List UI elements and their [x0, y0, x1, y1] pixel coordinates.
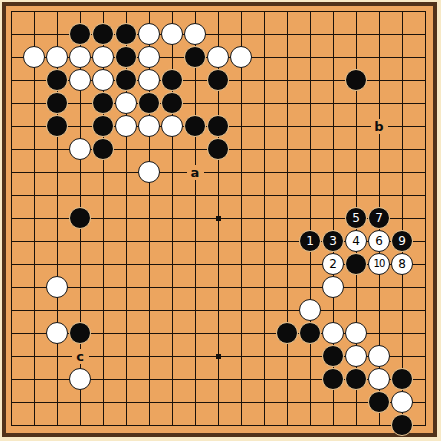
black-stone [92, 115, 114, 137]
black-stone [46, 69, 68, 91]
black-stone [322, 345, 344, 367]
move-number: 4 [352, 235, 360, 247]
black-stone [92, 92, 114, 114]
white-stone [345, 322, 367, 344]
black-stone [115, 23, 137, 45]
point-label-a: a [187, 165, 204, 180]
black-stone [391, 414, 413, 436]
move-number: 8 [398, 258, 406, 270]
white-stone [138, 23, 160, 45]
white-stone [69, 368, 91, 390]
white-stone [322, 276, 344, 298]
black-stone [69, 23, 91, 45]
point-label-c: c [72, 349, 89, 364]
black-stone [345, 253, 367, 275]
white-stone [23, 46, 45, 68]
numbered-white-stone-6: 6 [368, 230, 390, 252]
black-stone [368, 391, 390, 413]
black-stone [207, 115, 229, 137]
white-stone [322, 322, 344, 344]
black-stone [161, 92, 183, 114]
white-stone [368, 368, 390, 390]
black-stone [115, 46, 137, 68]
white-stone [92, 69, 114, 91]
star-point [216, 216, 221, 221]
white-stone [207, 46, 229, 68]
black-stone [391, 368, 413, 390]
black-stone [184, 115, 206, 137]
white-stone [46, 46, 68, 68]
white-stone [69, 69, 91, 91]
white-stone [69, 138, 91, 160]
black-stone [69, 322, 91, 344]
move-number: 6 [375, 235, 383, 247]
black-stone [92, 23, 114, 45]
move-number: 2 [329, 258, 337, 270]
black-stone [299, 322, 321, 344]
white-stone [138, 46, 160, 68]
numbered-white-stone-10: 10 [368, 253, 390, 275]
black-stone [46, 92, 68, 114]
black-stone [276, 322, 298, 344]
numbered-black-stone-9: 9 [391, 230, 413, 252]
black-stone [69, 207, 91, 229]
white-stone [299, 299, 321, 321]
move-number: 3 [329, 235, 337, 247]
white-stone [69, 46, 91, 68]
point-label-b: b [371, 119, 388, 134]
numbered-black-stone-1: 1 [299, 230, 321, 252]
move-number: 10 [373, 259, 384, 269]
move-number: 7 [375, 212, 383, 224]
white-stone [184, 23, 206, 45]
numbered-black-stone-3: 3 [322, 230, 344, 252]
black-stone [184, 46, 206, 68]
black-stone [207, 138, 229, 160]
black-stone [345, 69, 367, 91]
numbered-white-stone-8: 8 [391, 253, 413, 275]
white-stone [161, 115, 183, 137]
move-number: 9 [398, 235, 406, 247]
go-board: 57134692108 abc [0, 0, 441, 441]
white-stone [138, 115, 160, 137]
white-stone [138, 69, 160, 91]
white-stone [230, 46, 252, 68]
white-stone [138, 161, 160, 183]
numbered-black-stone-5: 5 [345, 207, 367, 229]
white-stone [368, 345, 390, 367]
numbered-white-stone-4: 4 [345, 230, 367, 252]
black-stone [207, 69, 229, 91]
white-stone [391, 391, 413, 413]
white-stone [161, 23, 183, 45]
black-stone [138, 92, 160, 114]
move-number: 1 [306, 235, 314, 247]
white-stone [115, 92, 137, 114]
white-stone [92, 46, 114, 68]
black-stone [322, 368, 344, 390]
black-stone [92, 138, 114, 160]
black-stone [345, 368, 367, 390]
move-number: 5 [352, 212, 360, 224]
numbered-white-stone-2: 2 [322, 253, 344, 275]
white-stone [46, 276, 68, 298]
white-stone [345, 345, 367, 367]
black-stone [161, 69, 183, 91]
white-stone [115, 115, 137, 137]
black-stone [115, 69, 137, 91]
black-stone [46, 115, 68, 137]
star-point [216, 354, 221, 359]
white-stone [46, 322, 68, 344]
numbered-black-stone-7: 7 [368, 207, 390, 229]
